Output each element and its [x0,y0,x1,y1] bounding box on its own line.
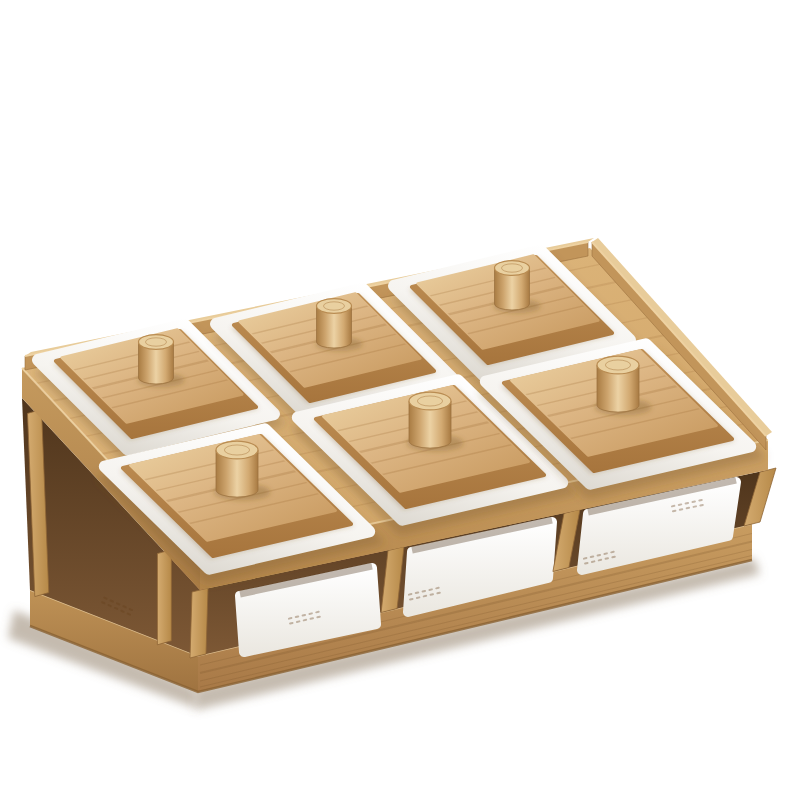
product-photo [0,0,800,800]
bamboo-serving-set-illustration [0,0,800,800]
